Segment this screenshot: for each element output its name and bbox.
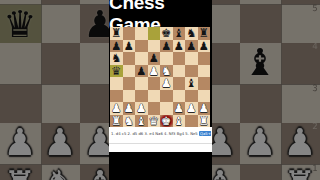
square-c5[interactable]: ♟ xyxy=(135,65,148,78)
piece-black-pawn[interactable]: ♟ xyxy=(161,40,171,53)
piece-black-pawn[interactable]: ♟ xyxy=(174,40,184,53)
square-a6[interactable]: ♞ xyxy=(110,52,123,65)
square-e4[interactable]: ♟ xyxy=(160,77,173,90)
square-e8[interactable]: ♚ xyxy=(160,27,173,40)
piece-white-pawn[interactable]: ♟ xyxy=(174,102,184,115)
rank-coordinate: 4 xyxy=(312,44,318,54)
square-g2: ♟ xyxy=(240,123,280,163)
piece-black-king[interactable]: ♚ xyxy=(161,27,171,40)
piece-black-bishop[interactable]: ♝ xyxy=(186,77,196,90)
square-h8[interactable]: ♜8 xyxy=(198,27,211,40)
piece-black-rook[interactable]: ♜ xyxy=(199,27,209,40)
piece-white-pawn: ♟ xyxy=(243,123,276,163)
square-b4 xyxy=(40,43,80,83)
move-list-text[interactable]: 1. d4 c5 2. d5 d6 3. e4 Na6 4. Nf3 Bg4 5… xyxy=(111,131,198,136)
square-g5 xyxy=(240,3,280,43)
square-b5 xyxy=(40,3,80,43)
move-panel: 1. d4 c5 2. d5 d6 3. e4 Na6 4. Nf3 Bg4 5… xyxy=(109,127,212,152)
square-g3 xyxy=(240,83,280,123)
square-b2[interactable]: ♟ xyxy=(123,102,136,115)
square-g2[interactable]: ♟ xyxy=(185,102,198,115)
square-g4: ♝ xyxy=(240,43,280,83)
square-b3 xyxy=(40,83,80,123)
square-a1: ♜ xyxy=(0,163,40,180)
square-h6[interactable]: 6 xyxy=(198,52,211,65)
square-a5: ♛ xyxy=(0,3,40,43)
square-b6[interactable] xyxy=(123,52,136,65)
square-a5[interactable]: ♛ xyxy=(110,65,123,78)
piece-white-knight: ♞ xyxy=(43,163,76,180)
piece-white-pawn[interactable]: ♟ xyxy=(136,102,146,115)
piece-white-pawn[interactable]: ♟ xyxy=(124,102,134,115)
square-g1[interactable] xyxy=(185,115,198,128)
square-e7[interactable]: ♟ xyxy=(160,40,173,53)
square-h2[interactable]: ♟2 xyxy=(198,102,211,115)
square-a2: ♟ xyxy=(0,123,40,163)
piece-black-pawn[interactable]: ♟ xyxy=(124,40,134,53)
square-h5[interactable]: 5 xyxy=(198,65,211,78)
square-c1[interactable]: ♝ xyxy=(135,115,148,128)
square-e3[interactable] xyxy=(160,90,173,103)
square-a1[interactable]: ♜ xyxy=(110,115,123,128)
square-g8[interactable]: ♞ xyxy=(185,27,198,40)
piece-black-queen[interactable]: ♛ xyxy=(111,65,121,78)
square-f6[interactable] xyxy=(173,52,186,65)
square-b1[interactable]: ♞ xyxy=(123,115,136,128)
square-b2: ♟ xyxy=(40,123,80,163)
piece-black-pawn[interactable]: ♟ xyxy=(199,40,209,53)
rank-coordinate: 5 xyxy=(312,4,318,14)
piece-black-knight[interactable]: ♞ xyxy=(111,52,121,65)
piece-white-rook: ♜ xyxy=(3,163,36,180)
title-bar: Chess Game xyxy=(109,0,212,27)
square-f2[interactable]: ♟ xyxy=(173,102,186,115)
square-b5[interactable] xyxy=(123,65,136,78)
piece-black-pawn[interactable]: ♟ xyxy=(149,52,159,65)
square-f4[interactable] xyxy=(173,77,186,90)
square-d5[interactable]: ♟ xyxy=(148,65,161,78)
piece-white-pawn: ♟ xyxy=(43,123,76,163)
square-f7[interactable]: ♟ xyxy=(173,40,186,53)
square-a4 xyxy=(0,43,40,83)
square-h1: ♜1 xyxy=(280,163,320,180)
square-h4: 4 xyxy=(280,43,320,83)
square-f8[interactable]: ♝ xyxy=(173,27,186,40)
piece-white-pawn[interactable]: ♟ xyxy=(161,77,171,90)
square-a8[interactable]: ♜ xyxy=(110,27,123,40)
square-b4[interactable] xyxy=(123,77,136,90)
piece-white-rook[interactable]: ♜ xyxy=(111,115,121,128)
square-d6[interactable]: ♟ xyxy=(148,52,161,65)
piece-white-king[interactable]: ♚ xyxy=(161,115,171,128)
square-c4[interactable] xyxy=(135,77,148,90)
piece-white-pawn[interactable]: ♟ xyxy=(186,102,196,115)
current-move-badge[interactable]: Qa5+ xyxy=(199,131,211,136)
piece-white-knight[interactable]: ♞ xyxy=(124,115,134,128)
piece-white-rook[interactable]: ♜ xyxy=(199,115,209,128)
square-e6[interactable] xyxy=(160,52,173,65)
square-d3[interactable] xyxy=(148,90,161,103)
square-e1[interactable]: ♚ xyxy=(160,115,173,128)
square-c2[interactable]: ♟ xyxy=(135,102,148,115)
square-d2[interactable] xyxy=(148,102,161,115)
panel-divider xyxy=(109,143,212,144)
square-c8[interactable] xyxy=(135,27,148,40)
rank-coordinate: 3 xyxy=(312,84,318,94)
video-frame: ♜♚♝♞♜8♟♟♟♟♟♟7♞♟6♛♟♟♞5♟♝43♟♟♟♟♟♟2♜♞♝♛♚♝♜1… xyxy=(0,0,320,180)
square-g4[interactable]: ♝ xyxy=(185,77,198,90)
rank-coordinate: 2 xyxy=(312,124,318,134)
piece-white-pawn[interactable]: ♟ xyxy=(149,65,159,78)
piece-white-queen[interactable]: ♛ xyxy=(149,115,159,128)
main-board[interactable]: ♜♚♝♞♜8♟♟♟♟♟♟7♞♟6♛♟♟♞5♟♝43♟♟♟♟♟♟2♜♞♝♛♚♝♜1 xyxy=(110,27,210,127)
square-b1: ♞ xyxy=(40,163,80,180)
square-d8[interactable] xyxy=(148,27,161,40)
piece-black-bishop: ♝ xyxy=(243,43,276,83)
piece-black-rook[interactable]: ♜ xyxy=(111,27,121,40)
piece-black-pawn[interactable]: ♟ xyxy=(136,65,146,78)
square-c6[interactable] xyxy=(135,52,148,65)
square-h4[interactable]: 4 xyxy=(198,77,211,90)
square-f5[interactable] xyxy=(173,65,186,78)
square-f1[interactable]: ♝ xyxy=(173,115,186,128)
move-list[interactable]: 1. d4 c5 2. d5 d6 3. e4 Na6 4. Nf3 Bg4 5… xyxy=(111,131,211,136)
square-g7[interactable]: ♟ xyxy=(185,40,198,53)
square-h1[interactable]: ♜1 xyxy=(198,115,211,128)
piece-white-pawn: ♟ xyxy=(3,123,36,163)
piece-black-knight[interactable]: ♞ xyxy=(186,27,196,40)
piece-white-pawn[interactable]: ♟ xyxy=(111,102,121,115)
piece-white-pawn[interactable]: ♟ xyxy=(199,102,209,115)
square-a4[interactable] xyxy=(110,77,123,90)
piece-black-pawn[interactable]: ♟ xyxy=(186,40,196,53)
square-h2: ♟2 xyxy=(280,123,320,163)
piece-white-bishop[interactable]: ♝ xyxy=(136,115,146,128)
square-c7[interactable] xyxy=(135,40,148,53)
square-h3: 3 xyxy=(280,83,320,123)
square-d4[interactable] xyxy=(148,77,161,90)
square-b7[interactable]: ♟ xyxy=(123,40,136,53)
square-a2[interactable]: ♟ xyxy=(110,102,123,115)
square-h7[interactable]: ♟7 xyxy=(198,40,211,53)
square-h5: 5 xyxy=(280,3,320,43)
square-d1[interactable]: ♛ xyxy=(148,115,161,128)
center-column: Chess Game ♜♚♝♞♜8♟♟♟♟♟♟7♞♟6♛♟♟♞5♟♝43♟♟♟♟… xyxy=(109,0,212,180)
rank-coordinate: 1 xyxy=(312,164,318,174)
square-g6[interactable] xyxy=(185,52,198,65)
square-e2[interactable] xyxy=(160,102,173,115)
piece-black-bishop[interactable]: ♝ xyxy=(174,27,184,40)
square-b8[interactable] xyxy=(123,27,136,40)
square-g1 xyxy=(240,163,280,180)
piece-white-bishop[interactable]: ♝ xyxy=(174,115,184,128)
square-a3 xyxy=(0,83,40,123)
piece-black-queen: ♛ xyxy=(3,3,36,43)
